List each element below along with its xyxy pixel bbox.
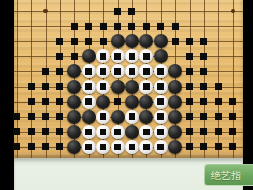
black-territory-marker — [200, 38, 207, 45]
black-territory-marker — [13, 113, 20, 120]
dead-stone-marker — [114, 144, 121, 151]
black-territory-marker — [186, 83, 193, 90]
black-territory-marker — [215, 143, 222, 150]
black-territory-marker — [186, 38, 193, 45]
black-territory-marker — [215, 128, 222, 135]
dead-stone-marker — [157, 113, 164, 120]
black-territory-marker — [200, 83, 207, 90]
black-territory-marker — [215, 113, 222, 120]
dead-stone-marker — [85, 129, 92, 136]
black-stone — [67, 80, 81, 94]
white-stone-marked-dead — [154, 64, 168, 78]
black-territory-marker — [28, 128, 35, 135]
dead-stone-marker — [100, 129, 107, 136]
black-territory-marker — [42, 143, 49, 150]
white-stone-marked-dead — [125, 64, 139, 78]
white-stone-marked-dead — [139, 64, 153, 78]
star-point — [231, 9, 236, 14]
black-stone — [82, 110, 96, 124]
white-stone-marked-dead — [96, 80, 110, 94]
dead-stone-marker — [143, 68, 150, 75]
black-territory-marker — [56, 113, 63, 120]
dead-stone-marker — [100, 53, 107, 60]
go-board[interactable] — [14, 0, 243, 158]
black-territory-marker — [28, 113, 35, 120]
dead-stone-marker — [129, 53, 136, 60]
black-territory-marker — [229, 98, 236, 105]
black-territory-marker — [100, 23, 107, 30]
black-stone — [82, 49, 96, 63]
black-territory-marker — [200, 143, 207, 150]
black-territory-marker — [28, 143, 35, 150]
black-territory-marker — [85, 38, 92, 45]
dead-stone-marker — [85, 98, 92, 105]
black-territory-marker — [42, 68, 49, 75]
black-stone — [139, 110, 153, 124]
black-territory-marker — [229, 113, 236, 120]
black-territory-marker — [56, 83, 63, 90]
black-territory-marker — [114, 98, 121, 105]
white-stone-marked-dead — [125, 110, 139, 124]
white-stone-marked-dead — [82, 125, 96, 139]
black-stone — [168, 125, 182, 139]
black-territory-marker — [56, 98, 63, 105]
left-letterbox-bar — [0, 0, 14, 190]
jueyi-ai-button[interactable]: 绝艺指 — [204, 164, 253, 186]
dead-stone-marker — [157, 98, 164, 105]
black-territory-marker — [71, 23, 78, 30]
black-territory-marker — [186, 113, 193, 120]
dead-stone-marker — [100, 144, 107, 151]
white-stone-marked-dead — [139, 80, 153, 94]
white-stone-marked-dead — [111, 49, 125, 63]
black-stone — [67, 110, 81, 124]
bottom-toolbar: 绝艺指 — [14, 158, 243, 190]
black-stone — [154, 34, 168, 48]
black-territory-marker — [186, 53, 193, 60]
white-stone-marked-dead — [125, 49, 139, 63]
black-territory-marker — [215, 83, 222, 90]
black-territory-marker — [215, 98, 222, 105]
dead-stone-marker — [143, 83, 150, 90]
black-stone — [111, 80, 125, 94]
star-point — [43, 9, 48, 14]
black-territory-marker — [200, 113, 207, 120]
black-stone — [154, 49, 168, 63]
dead-stone-marker — [157, 68, 164, 75]
dead-stone-marker — [85, 83, 92, 90]
white-stone-marked-dead — [111, 140, 125, 154]
black-territory-marker — [71, 53, 78, 60]
black-stone — [125, 95, 139, 109]
dead-stone-marker — [143, 129, 150, 136]
white-stone-marked-dead — [139, 49, 153, 63]
white-stone-marked-dead — [154, 140, 168, 154]
white-stone-marked-dead — [96, 110, 110, 124]
black-territory-marker — [114, 8, 121, 15]
black-territory-marker — [157, 23, 164, 30]
white-stone-marked-dead — [125, 140, 139, 154]
black-territory-marker — [200, 53, 207, 60]
black-territory-marker — [56, 53, 63, 60]
black-territory-marker — [128, 23, 135, 30]
black-stone — [67, 95, 81, 109]
black-territory-marker — [56, 38, 63, 45]
dead-stone-marker — [143, 144, 150, 151]
black-territory-marker — [42, 98, 49, 105]
black-territory-marker — [200, 68, 207, 75]
dead-stone-marker — [157, 144, 164, 151]
black-stone — [125, 80, 139, 94]
black-territory-marker — [56, 128, 63, 135]
black-territory-marker — [186, 128, 193, 135]
black-stone — [168, 80, 182, 94]
white-stone-marked-dead — [154, 125, 168, 139]
black-territory-marker — [28, 98, 35, 105]
right-letterbox-bar — [243, 0, 253, 190]
black-territory-marker — [229, 128, 236, 135]
white-stone-marked-dead — [96, 49, 110, 63]
white-stone-marked-dead — [111, 125, 125, 139]
black-territory-marker — [114, 23, 121, 30]
white-stone-marked-dead — [82, 140, 96, 154]
black-territory-marker — [28, 83, 35, 90]
black-territory-marker — [100, 38, 107, 45]
black-stone — [168, 140, 182, 154]
black-territory-marker — [71, 38, 78, 45]
white-stone-marked-dead — [96, 140, 110, 154]
black-territory-marker — [42, 113, 49, 120]
white-stone-marked-dead — [82, 95, 96, 109]
black-territory-marker — [42, 83, 49, 90]
black-territory-marker — [128, 8, 135, 15]
dead-stone-marker — [114, 129, 121, 136]
black-stone — [111, 110, 125, 124]
white-stone-marked-dead — [154, 95, 168, 109]
dead-stone-marker — [100, 68, 107, 75]
black-stone — [67, 125, 81, 139]
dead-stone-marker — [100, 113, 107, 120]
white-stone-marked-dead — [111, 64, 125, 78]
black-territory-marker — [56, 68, 63, 75]
black-territory-marker — [172, 23, 179, 30]
dead-stone-marker — [114, 68, 121, 75]
black-stone — [168, 64, 182, 78]
black-stone — [67, 64, 81, 78]
white-stone-marked-dead — [139, 125, 153, 139]
dead-stone-marker — [100, 83, 107, 90]
black-territory-marker — [85, 23, 92, 30]
black-territory-marker — [13, 143, 20, 150]
black-territory-marker — [56, 143, 63, 150]
dead-stone-marker — [129, 113, 136, 120]
black-stone — [139, 95, 153, 109]
white-stone-marked-dead — [154, 80, 168, 94]
white-stone-marked-dead — [82, 80, 96, 94]
black-stone — [125, 125, 139, 139]
black-territory-marker — [186, 143, 193, 150]
black-stone — [111, 34, 125, 48]
black-stone — [168, 110, 182, 124]
dead-stone-marker — [85, 68, 92, 75]
white-stone-marked-dead — [82, 64, 96, 78]
black-territory-marker — [13, 128, 20, 135]
white-stone-marked-dead — [96, 64, 110, 78]
black-territory-marker — [143, 23, 150, 30]
black-territory-marker — [229, 143, 236, 150]
black-territory-marker — [186, 68, 193, 75]
black-stone — [125, 34, 139, 48]
dead-stone-marker — [114, 53, 121, 60]
dead-stone-marker — [129, 68, 136, 75]
dead-stone-marker — [157, 83, 164, 90]
screenshot-root: 绝艺指 — [0, 0, 253, 190]
black-territory-marker — [186, 98, 193, 105]
white-stone-marked-dead — [154, 110, 168, 124]
black-territory-marker — [200, 128, 207, 135]
black-territory-marker — [200, 98, 207, 105]
white-stone-marked-dead — [96, 125, 110, 139]
dead-stone-marker — [157, 129, 164, 136]
dead-stone-marker — [143, 53, 150, 60]
dead-stone-marker — [85, 144, 92, 151]
dead-stone-marker — [129, 144, 136, 151]
white-stone-marked-dead — [139, 140, 153, 154]
black-stone — [139, 34, 153, 48]
black-stone — [67, 140, 81, 154]
black-stone — [96, 95, 110, 109]
black-territory-marker — [42, 128, 49, 135]
black-territory-marker — [172, 38, 179, 45]
black-stone — [168, 95, 182, 109]
